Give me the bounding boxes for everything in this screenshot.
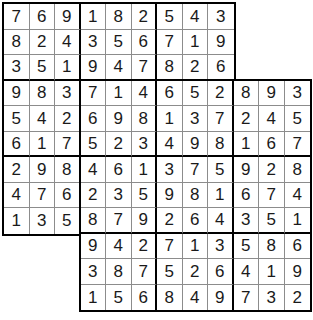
cell-b-r1c8: 9: [259, 81, 285, 107]
cell-b-r6c2: 7: [106, 208, 132, 234]
cell-a-r2c1: 8: [4, 30, 30, 56]
cell-a-r7c3: 8: [55, 157, 81, 183]
cell-b-r6c6: 4: [208, 208, 234, 234]
cell-a-r6c2: 1: [30, 132, 56, 158]
cell-a-r1c1: 7: [4, 4, 30, 30]
sudoku-board-bottom-right: 7146528936981372455234981674613759282359…: [79, 79, 313, 313]
cell-b-r2c5: 3: [183, 106, 209, 132]
cell-a-r3c2: 5: [30, 55, 56, 81]
cell-b-r3c9: 7: [285, 132, 311, 158]
cell-b-r6c1: 8: [81, 208, 107, 234]
cell-b-r1c1: 7: [81, 81, 107, 107]
cell-b-r8c6: 6: [208, 259, 234, 285]
cell-b-r6c5: 6: [183, 208, 209, 234]
cell-b-r8c1: 3: [81, 259, 107, 285]
cell-a-r3c4: 9: [81, 55, 107, 81]
cell-b-r9c2: 5: [106, 285, 132, 311]
cell-a-r2c6: 6: [132, 30, 158, 56]
cell-b-r1c6: 2: [208, 81, 234, 107]
cell-b-r9c7: 7: [234, 285, 260, 311]
cell-b-r3c4: 4: [157, 132, 183, 158]
cell-a-r1c3: 9: [55, 4, 81, 30]
cell-b-r2c6: 7: [208, 106, 234, 132]
cell-a-r1c2: 6: [30, 4, 56, 30]
cell-b-r8c5: 2: [183, 259, 209, 285]
cell-b-r6c7: 3: [234, 208, 260, 234]
cell-a-r9c2: 3: [30, 208, 56, 234]
cell-b-r7c4: 7: [157, 234, 183, 260]
cell-b-r7c6: 3: [208, 234, 234, 260]
cell-b-r4c5: 7: [183, 157, 209, 183]
cell-a-r3c1: 3: [4, 55, 30, 81]
cell-a-r3c5: 4: [106, 55, 132, 81]
cell-b-r3c6: 8: [208, 132, 234, 158]
cell-a-r4c3: 3: [55, 81, 81, 107]
cell-a-r5c2: 4: [30, 106, 56, 132]
cell-b-r5c5: 8: [183, 183, 209, 209]
cell-b-r9c3: 6: [132, 285, 158, 311]
cell-a-r2c4: 3: [81, 30, 107, 56]
cell-b-r2c1: 6: [81, 106, 107, 132]
cell-b-r7c3: 2: [132, 234, 158, 260]
cell-b-r4c6: 5: [208, 157, 234, 183]
cell-b-r9c9: 2: [285, 285, 311, 311]
cell-b-r3c5: 9: [183, 132, 209, 158]
cell-b-r4c7: 9: [234, 157, 260, 183]
cell-b-r2c9: 5: [285, 106, 311, 132]
cell-b-r7c5: 1: [183, 234, 209, 260]
cell-b-r9c6: 9: [208, 285, 234, 311]
cell-b-r3c3: 3: [132, 132, 158, 158]
cell-a-r5c3: 2: [55, 106, 81, 132]
cell-a-r2c9: 9: [208, 30, 234, 56]
cell-b-r7c1: 9: [81, 234, 107, 260]
cell-b-r4c8: 2: [259, 157, 285, 183]
cell-b-r6c4: 2: [157, 208, 183, 234]
cell-b-r1c7: 8: [234, 81, 260, 107]
cell-b-r7c9: 6: [285, 234, 311, 260]
cell-a-r2c2: 2: [30, 30, 56, 56]
cell-b-r5c2: 3: [106, 183, 132, 209]
cell-a-r5c1: 5: [4, 106, 30, 132]
cell-b-r1c3: 4: [132, 81, 158, 107]
cell-a-r7c2: 9: [30, 157, 56, 183]
cell-a-r9c1: 1: [4, 208, 30, 234]
twin-sudoku-diagram: 7691825438243567193519478269837146525426…: [0, 0, 312, 320]
cell-b-r8c4: 5: [157, 259, 183, 285]
cell-b-r4c4: 3: [157, 157, 183, 183]
cell-b-r9c5: 4: [183, 285, 209, 311]
cell-b-r3c7: 1: [234, 132, 260, 158]
cell-a-r2c5: 5: [106, 30, 132, 56]
cell-a-r1c5: 8: [106, 4, 132, 30]
cell-a-r1c6: 2: [132, 4, 158, 30]
cell-a-r2c7: 7: [157, 30, 183, 56]
cell-b-r2c3: 8: [132, 106, 158, 132]
cell-a-r1c4: 1: [81, 4, 107, 30]
cell-b-r2c8: 4: [259, 106, 285, 132]
cell-a-r3c9: 6: [208, 55, 234, 81]
cell-b-r1c2: 1: [106, 81, 132, 107]
cell-a-r2c8: 1: [183, 30, 209, 56]
cell-a-r4c1: 9: [4, 81, 30, 107]
cell-a-r7c1: 2: [4, 157, 30, 183]
cell-a-r3c3: 1: [55, 55, 81, 81]
cell-a-r1c7: 5: [157, 4, 183, 30]
cell-b-r8c7: 4: [234, 259, 260, 285]
cell-a-r6c1: 6: [4, 132, 30, 158]
cell-a-r3c6: 7: [132, 55, 158, 81]
cell-b-r5c7: 6: [234, 183, 260, 209]
cell-b-r2c2: 9: [106, 106, 132, 132]
cell-a-r6c3: 7: [55, 132, 81, 158]
cell-a-r8c1: 4: [4, 183, 30, 209]
cell-b-r5c4: 9: [157, 183, 183, 209]
cell-a-r1c9: 3: [208, 4, 234, 30]
cell-b-r5c3: 5: [132, 183, 158, 209]
cell-a-r8c3: 6: [55, 183, 81, 209]
cell-b-r5c9: 4: [285, 183, 311, 209]
cell-b-r4c1: 4: [81, 157, 107, 183]
cell-a-r1c8: 4: [183, 4, 209, 30]
cell-b-r8c3: 7: [132, 259, 158, 285]
cell-b-r1c5: 5: [183, 81, 209, 107]
cell-b-r9c4: 8: [157, 285, 183, 311]
cell-b-r5c6: 1: [208, 183, 234, 209]
cell-a-r3c7: 8: [157, 55, 183, 81]
cell-b-r4c3: 1: [132, 157, 158, 183]
cell-b-r4c2: 6: [106, 157, 132, 183]
cell-b-r9c8: 3: [259, 285, 285, 311]
cell-b-r6c3: 9: [132, 208, 158, 234]
cell-b-r9c1: 1: [81, 285, 107, 311]
cell-b-r1c9: 3: [285, 81, 311, 107]
cell-b-r8c9: 9: [285, 259, 311, 285]
cell-b-r6c9: 1: [285, 208, 311, 234]
cell-b-r3c2: 2: [106, 132, 132, 158]
cell-a-r8c2: 7: [30, 183, 56, 209]
cell-b-r5c1: 2: [81, 183, 107, 209]
cell-b-r3c8: 6: [259, 132, 285, 158]
cell-b-r1c4: 6: [157, 81, 183, 107]
cell-b-r6c8: 5: [259, 208, 285, 234]
cell-b-r7c7: 5: [234, 234, 260, 260]
cell-b-r5c8: 7: [259, 183, 285, 209]
cell-b-r4c9: 8: [285, 157, 311, 183]
cell-a-r4c2: 8: [30, 81, 56, 107]
cell-b-r8c2: 8: [106, 259, 132, 285]
cell-a-r3c8: 2: [183, 55, 209, 81]
cell-b-r2c7: 2: [234, 106, 260, 132]
cell-b-r7c2: 4: [106, 234, 132, 260]
cell-b-r3c1: 5: [81, 132, 107, 158]
cell-a-r9c3: 5: [55, 208, 81, 234]
cell-a-r2c3: 4: [55, 30, 81, 56]
cell-b-r8c8: 1: [259, 259, 285, 285]
cell-b-r7c8: 8: [259, 234, 285, 260]
cell-b-r2c4: 1: [157, 106, 183, 132]
